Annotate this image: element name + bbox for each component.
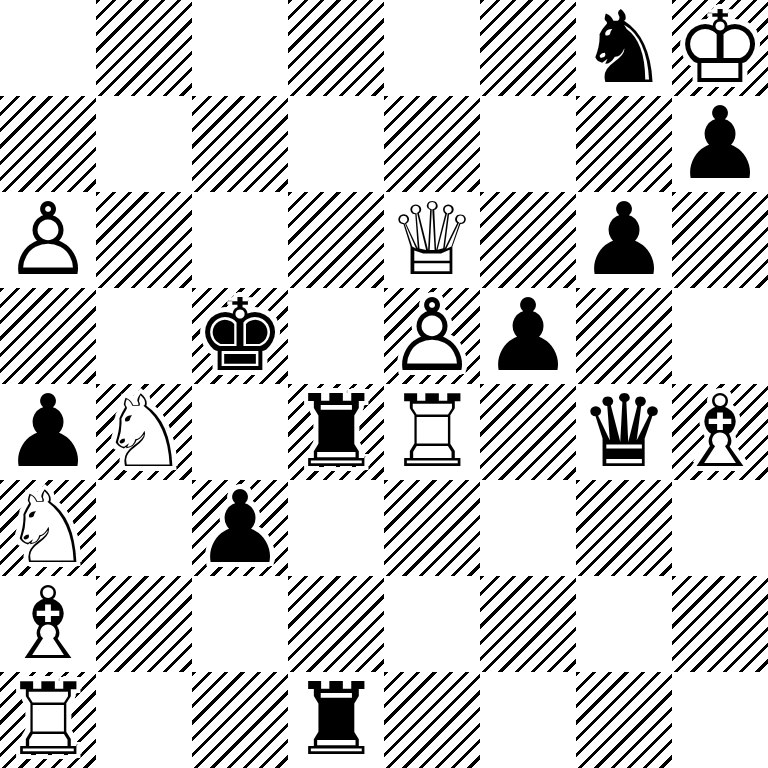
square-e8[interactable]: [384, 0, 480, 96]
square-h7[interactable]: ♟♟: [672, 96, 768, 192]
square-b5[interactable]: [96, 288, 192, 384]
square-h1[interactable]: [672, 672, 768, 768]
white-pawn[interactable]: ♙: [0, 192, 96, 288]
black-pawn-halo: ♟: [576, 192, 672, 288]
white-king[interactable]: ♔: [672, 0, 768, 96]
square-g1[interactable]: [576, 672, 672, 768]
square-h4[interactable]: ♝♗: [672, 384, 768, 480]
white-bishop-halo: ♝: [0, 576, 96, 672]
white-rook[interactable]: ♖: [384, 384, 480, 480]
square-a3[interactable]: ♞♘: [0, 480, 96, 576]
white-pawn[interactable]: ♙: [384, 288, 480, 384]
white-king-halo: ♚: [672, 0, 768, 96]
square-g5[interactable]: [576, 288, 672, 384]
square-b7[interactable]: [96, 96, 192, 192]
square-c3[interactable]: ♟♟: [192, 480, 288, 576]
square-f6[interactable]: [480, 192, 576, 288]
square-f7[interactable]: [480, 96, 576, 192]
white-bishop[interactable]: ♗: [0, 576, 96, 672]
square-e3[interactable]: [384, 480, 480, 576]
black-rook[interactable]: ♜: [288, 672, 384, 768]
black-king[interactable]: ♚: [192, 288, 288, 384]
square-e6[interactable]: ♛♕: [384, 192, 480, 288]
square-a4[interactable]: ♟♟: [0, 384, 96, 480]
square-f2[interactable]: [480, 576, 576, 672]
square-c8[interactable]: [192, 0, 288, 96]
black-king-halo: ♚: [192, 288, 288, 384]
square-a5[interactable]: [0, 288, 96, 384]
square-d6[interactable]: [288, 192, 384, 288]
square-g6[interactable]: ♟♟: [576, 192, 672, 288]
square-c4[interactable]: [192, 384, 288, 480]
square-d8[interactable]: [288, 0, 384, 96]
black-knight[interactable]: ♞: [576, 0, 672, 96]
black-pawn[interactable]: ♟: [0, 384, 96, 480]
white-queen[interactable]: ♕: [384, 192, 480, 288]
square-f1[interactable]: [480, 672, 576, 768]
square-g7[interactable]: [576, 96, 672, 192]
chess-board: ♞♞♚♔♟♟♟♙♛♕♟♟♚♚♟♙♟♟♟♟♞♘♜♜♜♖♛♛♝♗♞♘♟♟♝♗♜♖♜♜: [0, 0, 768, 768]
square-b3[interactable]: [96, 480, 192, 576]
square-g2[interactable]: [576, 576, 672, 672]
square-f4[interactable]: [480, 384, 576, 480]
square-d1[interactable]: ♜♜: [288, 672, 384, 768]
square-b8[interactable]: [96, 0, 192, 96]
square-a2[interactable]: ♝♗: [0, 576, 96, 672]
square-c5[interactable]: ♚♚: [192, 288, 288, 384]
black-rook[interactable]: ♜: [288, 384, 384, 480]
square-c6[interactable]: [192, 192, 288, 288]
black-rook-halo: ♜: [288, 672, 384, 768]
white-queen-halo: ♛: [384, 192, 480, 288]
square-b1[interactable]: [96, 672, 192, 768]
white-pawn-halo: ♟: [384, 288, 480, 384]
square-b6[interactable]: [96, 192, 192, 288]
square-a8[interactable]: [0, 0, 96, 96]
white-knight[interactable]: ♘: [0, 480, 96, 576]
square-c7[interactable]: [192, 96, 288, 192]
square-e4[interactable]: ♜♖: [384, 384, 480, 480]
white-rook-halo: ♜: [0, 672, 96, 768]
square-e5[interactable]: ♟♙: [384, 288, 480, 384]
white-bishop-halo: ♝: [672, 384, 768, 480]
square-c1[interactable]: [192, 672, 288, 768]
square-d3[interactable]: [288, 480, 384, 576]
square-g8[interactable]: ♞♞: [576, 0, 672, 96]
black-queen[interactable]: ♛: [576, 384, 672, 480]
black-pawn[interactable]: ♟: [480, 288, 576, 384]
square-g3[interactable]: [576, 480, 672, 576]
square-h2[interactable]: [672, 576, 768, 672]
square-f8[interactable]: [480, 0, 576, 96]
square-g4[interactable]: ♛♛: [576, 384, 672, 480]
square-h8[interactable]: ♚♔: [672, 0, 768, 96]
square-e1[interactable]: [384, 672, 480, 768]
black-pawn-halo: ♟: [672, 96, 768, 192]
black-pawn[interactable]: ♟: [192, 480, 288, 576]
square-d5[interactable]: [288, 288, 384, 384]
square-d4[interactable]: ♜♜: [288, 384, 384, 480]
square-a7[interactable]: [0, 96, 96, 192]
black-pawn[interactable]: ♟: [672, 96, 768, 192]
square-a1[interactable]: ♜♖: [0, 672, 96, 768]
square-a6[interactable]: ♟♙: [0, 192, 96, 288]
black-queen-halo: ♛: [576, 384, 672, 480]
square-f3[interactable]: [480, 480, 576, 576]
square-f5[interactable]: ♟♟: [480, 288, 576, 384]
black-pawn-halo: ♟: [480, 288, 576, 384]
square-h3[interactable]: [672, 480, 768, 576]
square-b4[interactable]: ♞♘: [96, 384, 192, 480]
black-pawn-halo: ♟: [0, 384, 96, 480]
square-c2[interactable]: [192, 576, 288, 672]
white-knight[interactable]: ♘: [96, 384, 192, 480]
white-knight-halo: ♞: [96, 384, 192, 480]
square-e2[interactable]: [384, 576, 480, 672]
white-rook-halo: ♜: [384, 384, 480, 480]
black-rook-halo: ♜: [288, 384, 384, 480]
white-pawn-halo: ♟: [0, 192, 96, 288]
black-pawn[interactable]: ♟: [576, 192, 672, 288]
square-h5[interactable]: [672, 288, 768, 384]
square-d2[interactable]: [288, 576, 384, 672]
square-e7[interactable]: [384, 96, 480, 192]
square-d7[interactable]: [288, 96, 384, 192]
square-h6[interactable]: [672, 192, 768, 288]
black-knight-halo: ♞: [576, 0, 672, 96]
square-b2[interactable]: [96, 576, 192, 672]
white-bishop[interactable]: ♗: [672, 384, 768, 480]
black-pawn-halo: ♟: [192, 480, 288, 576]
white-rook[interactable]: ♖: [0, 672, 96, 768]
white-knight-halo: ♞: [0, 480, 96, 576]
